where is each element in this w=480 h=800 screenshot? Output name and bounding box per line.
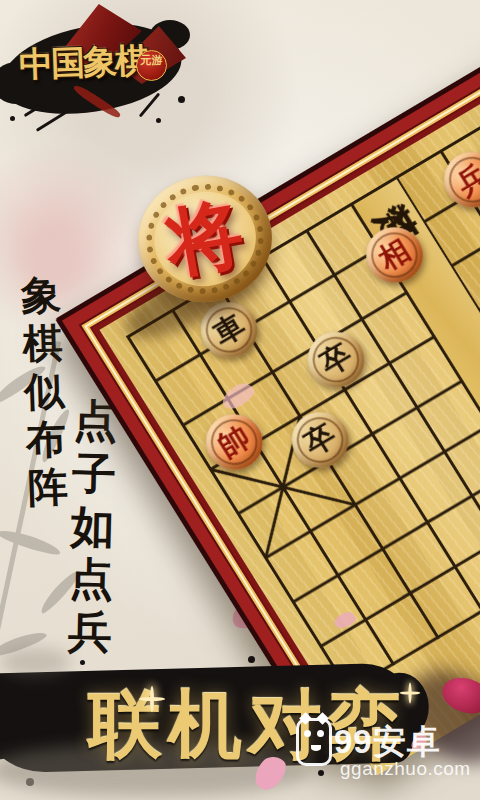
owl-beak xyxy=(311,745,321,751)
ink-blob xyxy=(156,118,161,123)
file-line xyxy=(346,450,480,693)
ink-blob xyxy=(10,116,15,121)
sparkle-icon xyxy=(150,686,154,712)
ink-splatter xyxy=(80,660,85,665)
general-glyph: 将 xyxy=(128,165,282,312)
watermark-domain: gganzhuo.com xyxy=(340,758,471,780)
app-logo: 中国象棋 元游 xyxy=(0,0,220,150)
tagline-column-2: 点子如点兵 xyxy=(65,395,121,660)
owl-eye xyxy=(317,730,324,737)
tagline-column-1: 象棋似布阵 xyxy=(18,271,71,512)
owl-mascot-icon xyxy=(296,718,332,766)
floating-general-piece: 将 xyxy=(128,165,282,312)
app-title: 中国象棋 xyxy=(18,38,148,88)
ink-blob xyxy=(178,96,185,103)
bamboo-leaf xyxy=(0,526,62,558)
gray-ink-wash xyxy=(0,648,70,676)
owl-eye xyxy=(304,730,311,737)
sparkle-icon xyxy=(408,683,411,704)
splash-screen: 象棋似布阵 点子如点兵 xyxy=(0,0,480,800)
publisher-badge: 元游 xyxy=(136,50,167,81)
ink-splatter xyxy=(248,656,255,663)
